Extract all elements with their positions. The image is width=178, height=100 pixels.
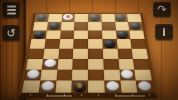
square-r2c2[interactable] [47, 22, 62, 30]
square-r3c6[interactable] [102, 30, 117, 39]
square-r2c4[interactable] [74, 22, 88, 30]
white-man[interactable] [106, 81, 119, 90]
square-r3c4[interactable] [74, 30, 88, 39]
square-r6c6[interactable] [103, 59, 119, 70]
black-man[interactable] [104, 39, 116, 46]
forward-button[interactable]: ↷ [153, 2, 171, 17]
forward-arrow-icon: ↷ [157, 3, 166, 16]
square-r4c2[interactable] [44, 39, 59, 48]
square-r7c2[interactable] [40, 69, 57, 80]
square-r5c5[interactable] [88, 49, 103, 59]
black-man[interactable] [117, 30, 129, 37]
square-r5c6[interactable] [103, 49, 118, 59]
square-r5c4[interactable] [73, 49, 88, 59]
square-r2c3[interactable] [60, 22, 74, 30]
square-r6c8[interactable] [133, 59, 150, 70]
square-r7c4[interactable] [72, 69, 88, 80]
square-r1c8[interactable] [127, 14, 141, 22]
white-king[interactable]: ♛ [63, 14, 74, 20]
square-r7c3[interactable] [56, 69, 72, 80]
square-r1c6[interactable] [101, 14, 115, 22]
square-r6c2[interactable] [42, 59, 58, 70]
board-frame: ♛♛ [18, 13, 158, 98]
square-r2c5[interactable] [88, 22, 102, 30]
square-r1c2[interactable] [48, 14, 62, 22]
square-r8c1[interactable] [22, 81, 40, 93]
white-man[interactable] [138, 81, 152, 90]
square-r1c3[interactable]: ♛ [61, 14, 75, 22]
square-r8c6[interactable] [104, 81, 121, 93]
square-r5c7[interactable] [117, 49, 133, 59]
square-r6c3[interactable] [57, 59, 73, 70]
square-r3c3[interactable] [60, 30, 75, 39]
square-r8c5[interactable] [88, 81, 105, 93]
square-r2c6[interactable] [101, 22, 115, 30]
square-r2c7[interactable] [115, 22, 130, 30]
square-r5c8[interactable] [132, 49, 148, 59]
square-r4c5[interactable] [88, 39, 103, 48]
hamburger-icon [7, 9, 16, 11]
board-grid: ♛♛ [22, 14, 154, 93]
square-r5c2[interactable] [43, 49, 59, 59]
square-r8c8[interactable] [136, 81, 154, 93]
square-r4c3[interactable] [59, 39, 74, 48]
crown-icon: ♛ [65, 15, 72, 19]
square-r7c6[interactable] [103, 69, 119, 80]
square-r1c1[interactable] [34, 14, 48, 22]
square-r1c7[interactable] [114, 14, 128, 22]
square-r7c5[interactable] [88, 69, 104, 80]
square-r7c8[interactable] [134, 69, 151, 80]
square-r3c7[interactable] [116, 30, 131, 39]
square-r4c4[interactable] [73, 39, 88, 48]
square-r3c2[interactable] [45, 30, 60, 39]
square-r6c7[interactable] [118, 59, 134, 70]
white-man[interactable] [44, 59, 57, 67]
black-man[interactable] [36, 14, 47, 20]
black-man[interactable] [33, 30, 45, 37]
white-man[interactable] [121, 70, 134, 79]
square-r4c1[interactable] [30, 39, 46, 48]
square-r1c5[interactable] [88, 14, 101, 22]
square-r8c4[interactable]: ♛ [71, 81, 88, 93]
square-r4c8[interactable] [131, 39, 147, 48]
info-icon: i [162, 27, 165, 38]
black-king[interactable]: ♛ [73, 81, 86, 90]
square-r6c5[interactable] [88, 59, 103, 70]
square-r6c1[interactable] [26, 59, 43, 70]
square-r4c6[interactable] [102, 39, 117, 48]
square-r4c7[interactable] [116, 39, 131, 48]
restart-button[interactable]: ↺ [2, 25, 20, 41]
white-man[interactable] [26, 70, 40, 79]
board: ♛♛ [18, 13, 158, 98]
crown-icon: ♛ [76, 82, 84, 88]
square-r3c5[interactable] [88, 30, 102, 39]
square-r5c1[interactable] [28, 49, 44, 59]
info-button[interactable]: i [155, 24, 173, 40]
square-r7c1[interactable] [24, 69, 41, 80]
square-r8c2[interactable] [38, 81, 56, 93]
square-r8c3[interactable] [55, 81, 72, 93]
square-r3c8[interactable] [129, 30, 144, 39]
checkers-app: ♛♛ ↺ ↷ i [0, 0, 178, 100]
black-man[interactable] [89, 14, 99, 20]
black-man[interactable] [116, 14, 127, 20]
square-r1c4[interactable] [75, 14, 88, 22]
square-r6c4[interactable] [73, 59, 88, 70]
black-man[interactable] [48, 22, 59, 29]
square-r7c7[interactable] [119, 69, 136, 80]
square-r2c8[interactable] [128, 22, 143, 30]
square-r5c3[interactable] [58, 49, 73, 59]
restart-icon: ↺ [6, 27, 15, 40]
square-r8c7[interactable] [120, 81, 138, 93]
square-r3c1[interactable] [31, 30, 46, 39]
menu-button[interactable] [2, 2, 20, 18]
black-man[interactable] [130, 22, 142, 29]
square-r2c1[interactable] [33, 22, 48, 30]
white-man[interactable] [41, 81, 55, 90]
